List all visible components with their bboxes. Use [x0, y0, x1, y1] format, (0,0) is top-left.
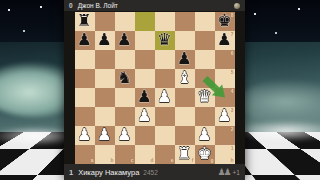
piece-white-queen: ♛	[195, 88, 215, 107]
square-e3[interactable]	[155, 107, 175, 126]
square-b4[interactable]	[95, 88, 115, 107]
square-f6[interactable]: ♟	[175, 50, 195, 69]
square-g3[interactable]	[195, 107, 215, 126]
piece-white-pawn: ♟	[115, 126, 135, 145]
chess-board: ♜♚8♟♟♟♛♟7♟6♞♝5♟♟♛4♟♟3♟♟♟♟2abcde♜f♚g1h	[75, 12, 235, 164]
scene: 0 Джон В. Лойт ♜♚8♟♟♟♛♟7♟6♞♝5♟♟♛4♟♟3♟♟♟♟…	[0, 0, 320, 180]
square-f8[interactable]	[175, 12, 195, 31]
square-h7[interactable]: ♟7	[215, 31, 235, 50]
square-c2[interactable]: ♟	[115, 126, 135, 145]
bottom-player-rating: 2452	[143, 169, 157, 176]
square-d2[interactable]	[135, 126, 155, 145]
bottom-player-name: Хикару Накамура	[78, 168, 139, 177]
piece-white-bishop: ♝	[175, 69, 195, 88]
square-a5[interactable]	[75, 69, 95, 88]
square-c6[interactable]	[115, 50, 135, 69]
piece-white-pawn: ♟	[195, 126, 215, 145]
square-a2[interactable]: ♟	[75, 126, 95, 145]
piece-white-king: ♚	[195, 145, 215, 164]
square-f1[interactable]: ♜f	[175, 145, 195, 164]
coord-label: 6	[231, 51, 234, 56]
coord-label: b	[110, 158, 113, 163]
top-player-name: Джон В. Лойт	[78, 2, 118, 9]
square-a6[interactable]	[75, 50, 95, 69]
piece-black-pawn: ♟	[135, 88, 155, 107]
coord-label: 8	[231, 13, 234, 18]
square-d4[interactable]: ♟	[135, 88, 155, 107]
square-h1[interactable]: 1h	[215, 145, 235, 164]
player-badge-icon[interactable]	[234, 3, 240, 9]
square-a3[interactable]	[75, 107, 95, 126]
square-b7[interactable]: ♟	[95, 31, 115, 50]
material-advantage: +1	[233, 169, 240, 176]
coord-label: 1	[231, 146, 234, 151]
square-d1[interactable]: d	[135, 145, 155, 164]
piece-white-pawn: ♟	[95, 126, 115, 145]
square-h4[interactable]: 4	[215, 88, 235, 107]
piece-white-pawn: ♟	[75, 126, 95, 145]
square-f7[interactable]	[175, 31, 195, 50]
coord-label: d	[150, 158, 153, 163]
bottom-player-score: 1	[69, 168, 73, 177]
square-e7[interactable]: ♛	[155, 31, 175, 50]
square-f4[interactable]	[175, 88, 195, 107]
coord-label: 7	[231, 32, 234, 37]
coord-label: a	[91, 158, 94, 163]
chess-app-panel: 0 Джон В. Лойт ♜♚8♟♟♟♛♟7♟6♞♝5♟♟♛4♟♟3♟♟♟♟…	[64, 0, 245, 180]
piece-white-pawn: ♟	[215, 107, 235, 126]
square-e5[interactable]	[155, 69, 175, 88]
square-b6[interactable]	[95, 50, 115, 69]
piece-black-king: ♚	[215, 12, 235, 31]
square-g1[interactable]: ♚g	[195, 145, 215, 164]
square-b8[interactable]	[95, 12, 115, 31]
piece-black-knight: ♞	[115, 69, 135, 88]
square-c1[interactable]: c	[115, 145, 135, 164]
square-h5[interactable]: 5	[215, 69, 235, 88]
square-e2[interactable]	[155, 126, 175, 145]
square-c4[interactable]	[115, 88, 135, 107]
square-c3[interactable]	[115, 107, 135, 126]
square-g7[interactable]	[195, 31, 215, 50]
bottom-player-bar: 1 Хикару Накамура 2452 ♟♟ +1	[64, 164, 245, 180]
square-g5[interactable]	[195, 69, 215, 88]
square-g6[interactable]	[195, 50, 215, 69]
square-d6[interactable]	[135, 50, 155, 69]
square-a1[interactable]: a	[75, 145, 95, 164]
piece-black-pawn: ♟	[175, 50, 195, 69]
square-d8[interactable]	[135, 12, 155, 31]
square-h8[interactable]: ♚8	[215, 12, 235, 31]
top-player-score: 0	[69, 2, 73, 9]
square-a4[interactable]	[75, 88, 95, 107]
piece-black-pawn: ♟	[95, 31, 115, 50]
square-e4[interactable]: ♟	[155, 88, 175, 107]
square-g2[interactable]: ♟	[195, 126, 215, 145]
piece-black-rook: ♜	[75, 12, 95, 31]
square-h6[interactable]: 6	[215, 50, 235, 69]
coord-label: h	[230, 158, 233, 163]
coord-label: f	[192, 158, 194, 163]
piece-black-pawn: ♟	[215, 31, 235, 50]
square-e8[interactable]	[155, 12, 175, 31]
square-f5[interactable]: ♝	[175, 69, 195, 88]
captured-pawn-icons: ♟♟	[217, 164, 229, 180]
square-c7[interactable]: ♟	[115, 31, 135, 50]
square-c8[interactable]	[115, 12, 135, 31]
square-g4[interactable]: ♛	[195, 88, 215, 107]
coord-label: g	[210, 158, 213, 163]
square-b2[interactable]: ♟	[95, 126, 115, 145]
square-h3[interactable]: ♟3	[215, 107, 235, 126]
piece-black-pawn: ♟	[115, 31, 135, 50]
coord-label: e	[171, 158, 174, 163]
square-a7[interactable]: ♟	[75, 31, 95, 50]
board-area: ♜♚8♟♟♟♛♟7♟6♞♝5♟♟♛4♟♟3♟♟♟♟2abcde♜f♚g1h	[64, 11, 245, 164]
square-f3[interactable]	[175, 107, 195, 126]
coord-label: c	[131, 158, 134, 163]
square-d7[interactable]	[135, 31, 155, 50]
square-c5[interactable]: ♞	[115, 69, 135, 88]
coord-label: 4	[231, 89, 234, 94]
top-player-bar: 0 Джон В. Лойт	[64, 0, 245, 11]
coord-label: 2	[231, 127, 234, 132]
piece-white-pawn: ♟	[155, 88, 175, 107]
square-b5[interactable]	[95, 69, 115, 88]
square-d3[interactable]: ♟	[135, 107, 155, 126]
piece-black-pawn: ♟	[75, 31, 95, 50]
square-b1[interactable]: b	[95, 145, 115, 164]
piece-white-pawn: ♟	[135, 107, 155, 126]
coord-label: 5	[231, 70, 234, 75]
square-e1[interactable]: e	[155, 145, 175, 164]
coord-label: 3	[231, 108, 234, 113]
square-e6[interactable]	[155, 50, 175, 69]
captured-pieces-tray: ♟♟ +1	[217, 164, 240, 180]
piece-white-rook: ♜	[175, 145, 195, 164]
piece-black-queen: ♛	[155, 31, 175, 50]
square-h2[interactable]: 2	[215, 126, 235, 145]
square-f2[interactable]	[175, 126, 195, 145]
square-b3[interactable]	[95, 107, 115, 126]
square-g8[interactable]	[195, 12, 215, 31]
square-a8[interactable]: ♜	[75, 12, 95, 31]
square-d5[interactable]	[135, 69, 155, 88]
